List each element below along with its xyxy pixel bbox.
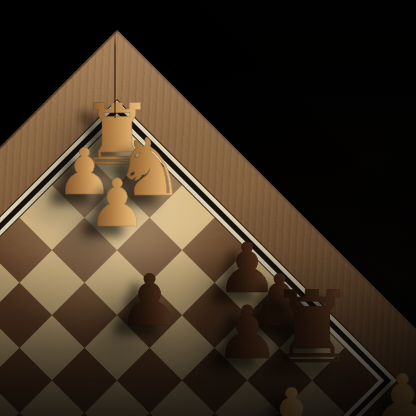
rook-glyph: ♜ [268, 278, 357, 377]
pieces-layer: ♜♞♟♟♟♟♟♟♜♟♟ [0, 33, 416, 416]
pawn-glyph: ♟ [258, 379, 325, 416]
pawn-glyph: ♟ [369, 365, 416, 416]
chess-board: ♜♞♟♟♟♟♟♟♜♟♟ [0, 30, 416, 416]
pawn-glyph: ♟ [118, 265, 182, 336]
frame-miter-seam [114, 30, 116, 118]
photo-canvas: ♜♞♟♟♟♟♟♟♜♟♟ [0, 0, 416, 416]
pawn-glyph: ♟ [87, 171, 146, 237]
